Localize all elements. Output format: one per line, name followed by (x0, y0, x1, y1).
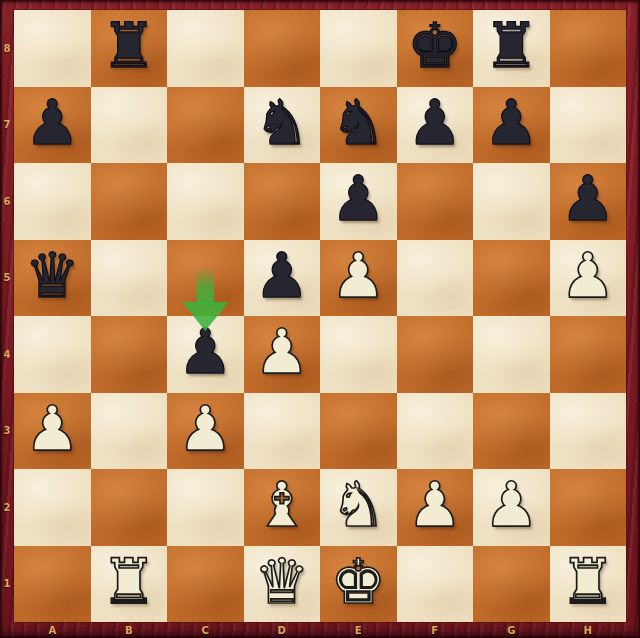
square-b6[interactable] (91, 163, 168, 240)
file-label-e: E (320, 622, 397, 638)
square-a4[interactable] (14, 316, 91, 393)
square-d5[interactable]: ♟ (244, 240, 321, 317)
square-a3[interactable]: ♟ (14, 393, 91, 470)
black-rook-g8[interactable]: ♜ (483, 15, 539, 77)
square-a2[interactable] (14, 469, 91, 546)
square-c3[interactable]: ♟ (167, 393, 244, 470)
square-f6[interactable] (397, 163, 474, 240)
square-h7[interactable] (550, 87, 627, 164)
file-label-c: C (167, 622, 244, 638)
square-f5[interactable] (397, 240, 474, 317)
square-f2[interactable]: ♟ (397, 469, 474, 546)
square-e7[interactable]: ♞ (320, 87, 397, 164)
square-a1[interactable] (14, 546, 91, 623)
white-queen-d1[interactable]: ♛ (254, 551, 310, 613)
square-b4[interactable] (91, 316, 168, 393)
square-f3[interactable] (397, 393, 474, 470)
square-c4[interactable]: ♟ (167, 316, 244, 393)
rank-label-8: 8 (0, 10, 14, 87)
square-a5[interactable]: ♛ (14, 240, 91, 317)
square-a8[interactable] (14, 10, 91, 87)
square-h8[interactable] (550, 10, 627, 87)
square-b1[interactable]: ♜ (91, 546, 168, 623)
square-d3[interactable] (244, 393, 321, 470)
rank-label-5: 5 (0, 240, 14, 317)
file-label-f: F (397, 622, 474, 638)
square-g4[interactable] (473, 316, 550, 393)
white-pawn-f2[interactable]: ♟ (407, 474, 463, 536)
square-d2[interactable]: ♝ (244, 469, 321, 546)
square-g6[interactable] (473, 163, 550, 240)
file-label-d: D (244, 622, 321, 638)
square-g2[interactable]: ♟ (473, 469, 550, 546)
rank-label-6: 6 (0, 163, 14, 240)
square-d8[interactable] (244, 10, 321, 87)
black-pawn-g7[interactable]: ♟ (483, 92, 539, 154)
square-g8[interactable]: ♜ (473, 10, 550, 87)
square-e5[interactable]: ♟ (320, 240, 397, 317)
white-pawn-c3[interactable]: ♟ (177, 398, 233, 460)
square-c7[interactable] (167, 87, 244, 164)
square-e3[interactable] (320, 393, 397, 470)
black-knight-e7[interactable]: ♞ (330, 92, 386, 154)
square-g7[interactable]: ♟ (473, 87, 550, 164)
square-f7[interactable]: ♟ (397, 87, 474, 164)
rank-label-4: 4 (0, 316, 14, 393)
black-pawn-h6[interactable]: ♟ (560, 168, 616, 230)
white-knight-e2[interactable]: ♞ (330, 474, 386, 536)
square-e8[interactable] (320, 10, 397, 87)
square-h1[interactable]: ♜ (550, 546, 627, 623)
white-pawn-g2[interactable]: ♟ (483, 474, 539, 536)
square-d6[interactable] (244, 163, 321, 240)
file-label-g: G (473, 622, 550, 638)
square-a6[interactable] (14, 163, 91, 240)
square-b7[interactable] (91, 87, 168, 164)
square-e2[interactable]: ♞ (320, 469, 397, 546)
white-rook-b1[interactable]: ♜ (101, 551, 157, 613)
square-c5[interactable] (167, 240, 244, 317)
white-bishop-d2[interactable]: ♝ (254, 474, 310, 536)
file-label-a: A (14, 622, 91, 638)
square-b5[interactable] (91, 240, 168, 317)
black-king-f8[interactable]: ♚ (407, 15, 463, 77)
black-pawn-a7[interactable]: ♟ (24, 92, 80, 154)
square-g3[interactable] (473, 393, 550, 470)
square-h4[interactable] (550, 316, 627, 393)
black-pawn-d5[interactable]: ♟ (254, 245, 310, 307)
rank-label-3: 3 (0, 393, 14, 470)
square-e1[interactable]: ♚ (320, 546, 397, 623)
white-pawn-e5[interactable]: ♟ (330, 245, 386, 307)
black-pawn-c4[interactable]: ♟ (177, 321, 233, 383)
file-label-h: H (550, 622, 627, 638)
black-pawn-f7[interactable]: ♟ (407, 92, 463, 154)
square-d1[interactable]: ♛ (244, 546, 321, 623)
square-f8[interactable]: ♚ (397, 10, 474, 87)
square-f4[interactable] (397, 316, 474, 393)
square-d7[interactable]: ♞ (244, 87, 321, 164)
rank-label-1: 1 (0, 546, 14, 623)
square-e6[interactable]: ♟ (320, 163, 397, 240)
white-pawn-h5[interactable]: ♟ (560, 245, 616, 307)
black-pawn-e6[interactable]: ♟ (330, 168, 386, 230)
square-f1[interactable] (397, 546, 474, 623)
black-rook-b8[interactable]: ♜ (101, 15, 157, 77)
square-e4[interactable] (320, 316, 397, 393)
square-c2[interactable] (167, 469, 244, 546)
file-label-b: B (91, 622, 168, 638)
square-h6[interactable]: ♟ (550, 163, 627, 240)
square-b8[interactable]: ♜ (91, 10, 168, 87)
white-pawn-d4[interactable]: ♟ (254, 321, 310, 383)
square-d4[interactable]: ♟ (244, 316, 321, 393)
board: ♜♚♜♟♞♞♟♟♟♟♛♟♟♟♟♟♟♟♝♞♟♟♜♛♚♜ (14, 10, 626, 622)
square-h3[interactable] (550, 393, 627, 470)
black-knight-d7[interactable]: ♞ (254, 92, 310, 154)
black-queen-a5[interactable]: ♛ (24, 245, 80, 307)
square-h5[interactable]: ♟ (550, 240, 627, 317)
square-b2[interactable] (91, 469, 168, 546)
square-c8[interactable] (167, 10, 244, 87)
rank-label-7: 7 (0, 87, 14, 164)
square-c1[interactable] (167, 546, 244, 623)
square-c6[interactable] (167, 163, 244, 240)
white-pawn-a3[interactable]: ♟ (24, 398, 80, 460)
square-a7[interactable]: ♟ (14, 87, 91, 164)
white-rook-h1[interactable]: ♜ (560, 551, 616, 613)
square-h2[interactable] (550, 469, 627, 546)
white-king-e1[interactable]: ♚ (330, 551, 386, 613)
square-b3[interactable] (91, 393, 168, 470)
rank-label-2: 2 (0, 469, 14, 546)
square-g1[interactable] (473, 546, 550, 623)
chessboard-frame: ♜♚♜♟♞♞♟♟♟♟♛♟♟♟♟♟♟♟♝♞♟♟♜♛♚♜ 87654321ABCDE… (0, 0, 640, 638)
square-g5[interactable] (473, 240, 550, 317)
